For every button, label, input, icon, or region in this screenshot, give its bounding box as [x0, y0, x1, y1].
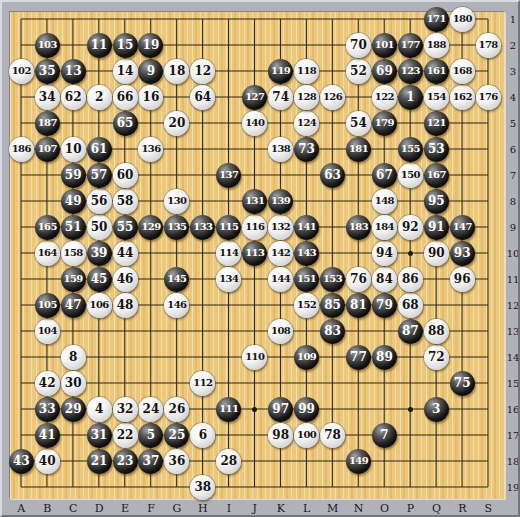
stone-J5: 140: [242, 111, 267, 136]
stone-C12: 47: [61, 293, 86, 318]
stone-E4: 66: [113, 85, 138, 110]
stone-E17: 22: [113, 423, 138, 448]
stone-J8: 131: [242, 189, 267, 214]
stone-P3: 123: [398, 59, 423, 84]
stone-Q9: 91: [424, 215, 449, 240]
stone-K16: 97: [268, 397, 293, 422]
stone-I16: 111: [216, 397, 241, 422]
row-label-19: 19: [507, 482, 520, 493]
stone-C10: 158: [61, 241, 86, 266]
stone-G9: 135: [164, 215, 189, 240]
stone-B5: 187: [35, 111, 60, 136]
stone-F4: 16: [138, 85, 163, 110]
col-label-C: C: [69, 502, 77, 515]
row-label-17: 17: [507, 430, 520, 441]
row-label-7: 7: [510, 170, 516, 181]
stone-S2: 178: [476, 33, 501, 58]
stone-N12: 81: [346, 293, 371, 318]
row-label-9: 9: [510, 222, 516, 233]
stone-R11: 96: [450, 267, 475, 292]
stone-G11: 145: [164, 267, 189, 292]
stone-L6: 73: [294, 137, 319, 162]
stone-G3: 18: [164, 59, 189, 84]
stone-C16: 29: [61, 397, 86, 422]
stone-D4: 2: [87, 85, 112, 110]
stone-B17: 41: [35, 423, 60, 448]
stone-M11: 153: [320, 267, 345, 292]
stone-O12: 79: [372, 293, 397, 318]
stone-L14: 109: [294, 345, 319, 370]
row-label-18: 18: [507, 456, 520, 467]
row-label-12: 12: [507, 300, 520, 311]
stone-D16: 4: [87, 397, 112, 422]
stone-F18: 37: [138, 449, 163, 474]
row-label-5: 5: [510, 118, 516, 129]
col-label-G: G: [173, 502, 182, 515]
stone-M4: 126: [320, 85, 345, 110]
row-label-11: 11: [507, 274, 520, 285]
stone-P12: 68: [398, 293, 423, 318]
stone-J4: 127: [242, 85, 267, 110]
stone-L4: 128: [294, 85, 319, 110]
stone-Q1: 171: [424, 7, 449, 32]
stone-K4: 74: [268, 85, 293, 110]
stone-E11: 46: [113, 267, 138, 292]
stone-I9: 115: [216, 215, 241, 240]
stone-Q7: 167: [424, 163, 449, 188]
stone-Q4: 154: [424, 85, 449, 110]
stone-E2: 15: [113, 33, 138, 58]
stone-B12: 105: [35, 293, 60, 318]
stone-C14: 8: [61, 345, 86, 370]
stone-O7: 67: [372, 163, 397, 188]
stone-K9: 132: [268, 215, 293, 240]
stone-C4: 62: [61, 85, 86, 110]
stone-R10: 93: [450, 241, 475, 266]
col-label-B: B: [43, 502, 51, 515]
stone-L5: 124: [294, 111, 319, 136]
stone-G17: 25: [164, 423, 189, 448]
stone-G18: 36: [164, 449, 189, 474]
stone-L10: 143: [294, 241, 319, 266]
stone-B3: 35: [35, 59, 60, 84]
stone-I18: 28: [216, 449, 241, 474]
goban-window: 1234567891011121314151618192021222324252…: [0, 0, 520, 517]
stone-C9: 51: [61, 215, 86, 240]
stone-Q8: 95: [424, 189, 449, 214]
stone-P7: 150: [398, 163, 423, 188]
stone-C11: 159: [61, 267, 86, 292]
stone-R15: 75: [450, 371, 475, 396]
stone-E10: 44: [113, 241, 138, 266]
stone-H17: 6: [190, 423, 215, 448]
stone-B13: 104: [35, 319, 60, 344]
star-point-P10: [408, 251, 413, 256]
stone-G16: 26: [164, 397, 189, 422]
row-label-6: 6: [510, 144, 516, 155]
stone-B10: 164: [35, 241, 60, 266]
stone-B4: 34: [35, 85, 60, 110]
stone-S4: 176: [476, 85, 501, 110]
col-label-O: O: [380, 502, 389, 515]
col-label-H: H: [198, 502, 208, 515]
stone-B15: 42: [35, 371, 60, 396]
stone-N11: 76: [346, 267, 371, 292]
stone-F2: 19: [138, 33, 163, 58]
row-label-14: 14: [507, 352, 520, 363]
stone-H4: 64: [190, 85, 215, 110]
stone-E12: 48: [113, 293, 138, 318]
stone-P4: 1: [398, 85, 423, 110]
stone-H15: 112: [190, 371, 215, 396]
stone-A3: 102: [9, 59, 34, 84]
stone-O11: 84: [372, 267, 397, 292]
col-label-D: D: [95, 502, 104, 515]
stone-D6: 61: [87, 137, 112, 162]
stone-R4: 162: [450, 85, 475, 110]
star-point-P16: [408, 407, 413, 412]
stone-P13: 87: [398, 319, 423, 344]
stone-P6: 155: [398, 137, 423, 162]
stone-E3: 14: [113, 59, 138, 84]
row-label-13: 13: [507, 326, 520, 337]
stone-G12: 146: [164, 293, 189, 318]
col-label-J: J: [253, 502, 257, 515]
stone-I10: 114: [216, 241, 241, 266]
stone-Q14: 72: [424, 345, 449, 370]
stone-B6: 107: [35, 137, 60, 162]
stone-C8: 49: [61, 189, 86, 214]
stone-N2: 70: [346, 33, 371, 58]
stone-K13: 108: [268, 319, 293, 344]
stone-B2: 103: [35, 33, 60, 58]
stone-O3: 69: [372, 59, 397, 84]
stone-D7: 57: [87, 163, 112, 188]
stone-O10: 94: [372, 241, 397, 266]
stone-H9: 133: [190, 215, 215, 240]
stone-P9: 92: [398, 215, 423, 240]
star-point-J16: [252, 407, 257, 412]
stone-L12: 152: [294, 293, 319, 318]
stone-O17: 7: [372, 423, 397, 448]
stone-C3: 13: [61, 59, 86, 84]
stone-N9: 183: [346, 215, 371, 240]
stone-K11: 144: [268, 267, 293, 292]
col-label-R: R: [458, 502, 466, 515]
col-label-K: K: [277, 502, 285, 515]
col-label-A: A: [17, 502, 25, 515]
stone-M17: 78: [320, 423, 345, 448]
stone-N18: 149: [346, 449, 371, 474]
stone-K17: 98: [268, 423, 293, 448]
row-label-1: 1: [510, 14, 516, 25]
col-label-M: M: [327, 502, 338, 515]
stone-I7: 137: [216, 163, 241, 188]
stone-O9: 184: [372, 215, 397, 240]
stone-O8: 148: [372, 189, 397, 214]
row-label-10: 10: [507, 248, 520, 259]
stone-Q13: 88: [424, 319, 449, 344]
col-label-E: E: [121, 502, 129, 515]
stone-B18: 40: [35, 449, 60, 474]
stone-J9: 116: [242, 215, 267, 240]
row-label-15: 15: [507, 378, 520, 389]
stone-D17: 31: [87, 423, 112, 448]
col-label-L: L: [303, 502, 310, 515]
row-label-4: 4: [510, 92, 516, 103]
stone-L16: 99: [294, 397, 319, 422]
stone-N14: 77: [346, 345, 371, 370]
stone-M13: 83: [320, 319, 345, 344]
stone-F17: 5: [138, 423, 163, 448]
stone-E5: 65: [113, 111, 138, 136]
row-label-8: 8: [510, 196, 516, 207]
stone-J14: 110: [242, 345, 267, 370]
stone-H3: 12: [190, 59, 215, 84]
stone-H19: 38: [190, 475, 215, 500]
stone-R9: 147: [450, 215, 475, 240]
stone-E8: 58: [113, 189, 138, 214]
row-label-16: 16: [507, 404, 520, 415]
stone-K10: 142: [268, 241, 293, 266]
stone-E9: 55: [113, 215, 138, 240]
go-board[interactable]: 1234567891011121314151618192021222324252…: [10, 12, 505, 499]
col-label-F: F: [147, 502, 155, 515]
stone-F16: 24: [138, 397, 163, 422]
stone-K3: 119: [268, 59, 293, 84]
stone-G8: 130: [164, 189, 189, 214]
row-label-3: 3: [510, 66, 516, 77]
stone-L3: 118: [294, 59, 319, 84]
stone-N3: 52: [346, 59, 371, 84]
stone-C6: 10: [61, 137, 86, 162]
stone-A18: 43: [9, 449, 34, 474]
stone-C7: 59: [61, 163, 86, 188]
stone-D8: 56: [87, 189, 112, 214]
col-label-Q: Q: [432, 502, 441, 515]
stone-O14: 89: [372, 345, 397, 370]
stone-R3: 168: [450, 59, 475, 84]
stone-O2: 101: [372, 33, 397, 58]
stone-O5: 179: [372, 111, 397, 136]
stone-F6: 136: [138, 137, 163, 162]
stone-L17: 100: [294, 423, 319, 448]
col-label-I: I: [227, 502, 231, 515]
stone-B9: 165: [35, 215, 60, 240]
stone-G5: 20: [164, 111, 189, 136]
stone-Q2: 188: [424, 33, 449, 58]
stone-K8: 139: [268, 189, 293, 214]
stone-D9: 50: [87, 215, 112, 240]
row-label-2: 2: [510, 40, 516, 51]
stone-D10: 39: [87, 241, 112, 266]
stone-Q6: 53: [424, 137, 449, 162]
stone-P2: 177: [398, 33, 423, 58]
stone-D12: 106: [87, 293, 112, 318]
stone-A6: 186: [9, 137, 34, 162]
stone-M12: 85: [320, 293, 345, 318]
col-label-P: P: [407, 502, 414, 515]
stone-K6: 138: [268, 137, 293, 162]
stone-Q16: 3: [424, 397, 449, 422]
stone-J10: 113: [242, 241, 267, 266]
stone-N5: 54: [346, 111, 371, 136]
col-label-N: N: [354, 502, 364, 515]
stone-D2: 11: [87, 33, 112, 58]
stone-L9: 141: [294, 215, 319, 240]
stones-grid: 1234567891011121314151618192021222324252…: [8, 6, 501, 500]
stone-P11: 86: [398, 267, 423, 292]
stone-B16: 33: [35, 397, 60, 422]
stone-N6: 181: [346, 137, 371, 162]
stone-Q3: 161: [424, 59, 449, 84]
stone-L11: 151: [294, 267, 319, 292]
stone-E18: 23: [113, 449, 138, 474]
col-label-S: S: [485, 502, 493, 515]
stone-F9: 129: [138, 215, 163, 240]
stone-Q10: 90: [424, 241, 449, 266]
stone-C15: 30: [61, 371, 86, 396]
stone-E16: 32: [113, 397, 138, 422]
stone-O4: 122: [372, 85, 397, 110]
stone-D11: 45: [87, 267, 112, 292]
stone-I11: 134: [216, 267, 241, 292]
stone-R1: 180: [450, 7, 475, 32]
stone-D18: 21: [87, 449, 112, 474]
stone-Q5: 121: [424, 111, 449, 136]
stone-E7: 60: [113, 163, 138, 188]
stone-M7: 63: [320, 163, 345, 188]
stone-F3: 9: [138, 59, 163, 84]
